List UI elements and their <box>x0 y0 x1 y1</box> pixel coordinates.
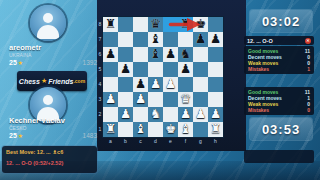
square-d2[interactable]: ♞ <box>148 107 163 122</box>
file-label-a: a <box>103 138 118 145</box>
square-b7[interactable] <box>118 32 133 47</box>
square-g4[interactable] <box>193 77 208 92</box>
square-e8[interactable] <box>163 17 178 32</box>
square-b3[interactable] <box>118 92 133 107</box>
square-f3[interactable]: ♛ <box>178 92 193 107</box>
black-rook-a8: ♜ <box>103 17 118 32</box>
square-f6[interactable]: ♞ <box>178 47 193 62</box>
square-e2[interactable] <box>163 107 178 122</box>
app-window: areometr UKRAINA 25 ★ 1392 Chess ★ Frien… <box>0 0 320 180</box>
white-pawn-h2: ♟ <box>208 107 223 122</box>
black-pawn-h7: ♟ <box>208 32 223 47</box>
square-f5[interactable]: ♟ <box>178 62 193 77</box>
top-player-clock: 03:02 <box>250 10 312 32</box>
top-player-country: UKRAINA <box>9 52 31 58</box>
square-e4[interactable]: ♟ <box>163 77 178 92</box>
square-e7[interactable] <box>163 32 178 47</box>
square-h2[interactable]: ♟ <box>208 107 223 122</box>
last-move-bar: 12. ... O-O ✕ <box>244 36 314 45</box>
bottom-player-name: Kechner Václav <box>9 116 65 125</box>
black-pawn-g7: ♟ <box>193 32 208 47</box>
square-d3[interactable] <box>148 92 163 107</box>
white-pawn-a3: ♟ <box>103 92 118 107</box>
square-d6[interactable]: ♝ <box>148 47 163 62</box>
file-label-h: h <box>208 138 223 145</box>
square-f1[interactable]: ♝ <box>178 122 193 137</box>
mistake-icon: ✕ <box>305 38 311 44</box>
played-move-text: 12. ... O-O (0:52/+2.52) <box>6 160 93 167</box>
cross-icon: ✕ <box>306 39 309 43</box>
square-d8[interactable]: ♛ <box>148 17 163 32</box>
bottom-player-level: 25 <box>9 132 17 139</box>
black-bishop-d7: ♝ <box>148 32 163 47</box>
square-e6[interactable]: ♟ <box>163 47 178 62</box>
white-knight-d2: ♞ <box>148 107 163 122</box>
square-c5[interactable] <box>133 62 148 77</box>
square-g8[interactable]: ♚ <box>193 17 208 32</box>
square-b8[interactable] <box>118 17 133 32</box>
black-pawn-c4: ♟ <box>133 77 148 92</box>
avatar-person-icon <box>37 25 59 39</box>
square-a1[interactable]: ♜ <box>103 122 118 137</box>
square-f8[interactable]: ♜ <box>178 17 193 32</box>
stats-label: Mistakes <box>248 107 269 113</box>
avatar-person-icon <box>43 95 53 105</box>
stats-label: Mistakes <box>248 66 269 72</box>
top-player-rating-row: 25 ★ 1392 <box>9 59 97 66</box>
stats-value: 0 <box>307 107 310 113</box>
square-a3[interactable]: ♟ <box>103 92 118 107</box>
square-g7[interactable]: ♟ <box>193 32 208 47</box>
square-f7[interactable] <box>178 32 193 47</box>
square-b2[interactable]: ♟ <box>118 107 133 122</box>
square-c4[interactable]: ♟ <box>133 77 148 92</box>
square-d1[interactable] <box>148 122 163 137</box>
bottom-player-stats: Good moves11Decent moves1Weak moves0Mist… <box>244 87 314 115</box>
square-f4[interactable] <box>178 77 193 92</box>
black-rook-f8: ♜ <box>178 17 193 32</box>
white-rook-a1: ♜ <box>103 122 118 137</box>
square-a5[interactable] <box>103 62 118 77</box>
square-d5[interactable] <box>148 62 163 77</box>
white-queen-f3: ♛ <box>178 92 193 107</box>
white-king-e1: ♚ <box>163 122 178 137</box>
star-icon: ★ <box>18 132 23 139</box>
square-h1[interactable]: ♜ <box>208 122 223 137</box>
square-h7[interactable]: ♟ <box>208 32 223 47</box>
square-d7[interactable]: ♝ <box>148 32 163 47</box>
white-pawn-e4: ♟ <box>163 77 178 92</box>
square-c1[interactable]: ♝ <box>133 122 148 137</box>
black-pawn-e6: ♟ <box>163 47 178 62</box>
bottom-player-rating: 1483 <box>83 132 97 139</box>
square-h4[interactable] <box>208 77 223 92</box>
file-label-c: c <box>133 138 148 145</box>
best-move-text: Best Move: 12. ... ♗c6 <box>6 149 93 156</box>
square-c6[interactable] <box>133 47 148 62</box>
stats-value: 1 <box>307 66 310 72</box>
star-icon: ★ <box>18 59 23 66</box>
file-label-g: g <box>193 138 208 145</box>
logo-text-chess: Chess <box>19 78 40 85</box>
best-move-panel: Best Move: 12. ... ♗c6 12. ... O-O (0:52… <box>2 146 97 173</box>
square-a4[interactable] <box>103 77 118 92</box>
white-pawn-b2: ♟ <box>118 107 133 122</box>
bottom-player-rating-row: 25 ★ 1483 <box>9 132 97 139</box>
white-bishop-c1: ♝ <box>133 122 148 137</box>
square-h6[interactable] <box>208 47 223 62</box>
top-player-name: areometr <box>9 43 41 52</box>
square-g6[interactable] <box>193 47 208 62</box>
square-d4[interactable]: ♟ <box>148 77 163 92</box>
square-c3[interactable]: ♟ <box>133 92 148 107</box>
white-pawn-d4: ♟ <box>148 77 163 92</box>
last-move-text: 12. ... O-O <box>247 38 273 44</box>
top-clock-time: 03:02 <box>262 14 300 29</box>
square-c7[interactable] <box>133 32 148 47</box>
square-c8[interactable] <box>133 17 148 32</box>
square-a8[interactable]: ♜ <box>103 17 118 32</box>
file-label-f: f <box>178 138 193 145</box>
square-g3[interactable] <box>193 92 208 107</box>
square-b6[interactable] <box>118 47 133 62</box>
black-bishop-d6: ♝ <box>148 47 163 62</box>
top-player-level: 25 <box>9 59 17 66</box>
file-label-e: e <box>163 138 178 145</box>
square-a2[interactable] <box>103 107 118 122</box>
black-knight-f6: ♞ <box>178 47 193 62</box>
black-pawn-a6: ♟ <box>103 47 118 62</box>
trophy-icon: ★ <box>41 77 47 85</box>
square-b4[interactable] <box>118 77 133 92</box>
white-pawn-f2: ♟ <box>178 107 193 122</box>
bottom-player-country: ČESKO <box>9 125 27 131</box>
avatar-top-player <box>30 5 66 41</box>
square-g1[interactable] <box>193 122 208 137</box>
square-e3[interactable] <box>163 92 178 107</box>
logo-text-friends: Friends <box>48 78 73 85</box>
square-g5[interactable] <box>193 62 208 77</box>
square-c2[interactable] <box>133 107 148 122</box>
square-b5[interactable]: ♟ <box>118 62 133 77</box>
top-player-stats: Good moves11Decent moves0Weak moves0Mist… <box>244 46 314 74</box>
board: ♜♛♜♚♝♟♟♟♝♟♞♟♟♟♟♟♟♟♛♟♞♟♟♟♜♝♚♝♜ <box>103 17 223 137</box>
white-bishop-f1: ♝ <box>178 122 193 137</box>
avatar-person-icon <box>43 13 53 23</box>
square-a7[interactable] <box>103 32 118 47</box>
white-rook-h1: ♜ <box>208 122 223 137</box>
top-player-rating: 1392 <box>83 59 97 66</box>
bottom-clock-time: 03:53 <box>262 122 300 137</box>
square-h3[interactable] <box>208 92 223 107</box>
bottom-player-clock: 03:53 <box>250 118 312 140</box>
square-e1[interactable]: ♚ <box>163 122 178 137</box>
right-panel-footer-bar <box>244 150 314 163</box>
square-b1[interactable] <box>118 122 133 137</box>
stats-row: Mistakes1 <box>244 66 314 72</box>
black-pawn-b5: ♟ <box>118 62 133 77</box>
black-pawn-f5: ♟ <box>178 62 193 77</box>
square-g2[interactable]: ♟ <box>193 107 208 122</box>
square-e5[interactable] <box>163 62 178 77</box>
file-label-d: d <box>148 138 163 145</box>
black-king-g8: ♚ <box>193 17 208 32</box>
square-h5[interactable] <box>208 62 223 77</box>
stats-row: Mistakes0 <box>244 107 314 113</box>
white-pawn-g2: ♟ <box>193 107 208 122</box>
file-labels: abcdefgh <box>103 138 223 145</box>
white-pawn-c3: ♟ <box>133 92 148 107</box>
square-h8[interactable] <box>208 17 223 32</box>
logo-text-domain: .com <box>73 78 85 84</box>
file-label-b: b <box>118 138 133 145</box>
black-queen-d8: ♛ <box>148 17 163 32</box>
square-f2[interactable]: ♟ <box>178 107 193 122</box>
square-a6[interactable]: ♟ <box>103 47 118 62</box>
